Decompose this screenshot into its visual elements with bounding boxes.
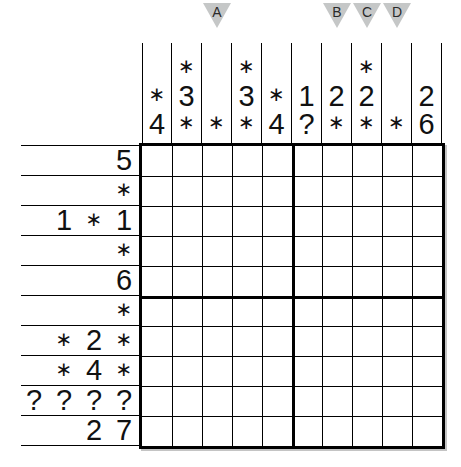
puzzle-grid — [139, 143, 445, 449]
grid-cell[interactable] — [352, 146, 382, 176]
grid-cell[interactable] — [262, 326, 292, 356]
grid-cell[interactable] — [322, 266, 352, 296]
grid-cell[interactable] — [382, 416, 412, 446]
column-clue-7: 2∗ — [322, 43, 352, 143]
clue-asterisk: ∗ — [172, 108, 202, 136]
grid-cell[interactable] — [352, 296, 382, 326]
clue-question: ? — [109, 386, 139, 415]
column-clue-3: ∗ — [202, 43, 232, 143]
clue-question: ? — [19, 386, 49, 415]
grid-cell[interactable] — [412, 356, 442, 386]
grid-cell[interactable] — [322, 296, 352, 326]
grid-cell[interactable] — [352, 206, 382, 236]
marker-D-triangle-icon: D — [383, 3, 411, 28]
grid-cell[interactable] — [232, 176, 262, 206]
clue-number: 6 — [412, 110, 442, 138]
grid-cell[interactable] — [232, 416, 262, 446]
grid-cell[interactable] — [172, 176, 202, 206]
row-clue-4: ∗ — [21, 236, 139, 266]
row-clue-7: ∗2∗ — [21, 326, 139, 356]
grid-cell[interactable] — [292, 386, 322, 416]
grid-cell[interactable] — [292, 236, 322, 266]
grid-cell[interactable] — [322, 206, 352, 236]
grid-cell[interactable] — [172, 386, 202, 416]
grid-cell[interactable] — [322, 356, 352, 386]
grid-cell[interactable] — [142, 236, 172, 266]
grid-cell[interactable] — [172, 146, 202, 176]
row-clue-2: ∗ — [21, 176, 139, 206]
grid-cell[interactable] — [142, 356, 172, 386]
grid-cell[interactable] — [292, 266, 322, 296]
clue-asterisk: ∗ — [262, 80, 292, 108]
grid-cell[interactable] — [202, 416, 232, 446]
grid-cell[interactable] — [382, 176, 412, 206]
clue-asterisk: ∗ — [109, 355, 139, 384]
grid-cell[interactable] — [142, 146, 172, 176]
clue-number: 3 — [232, 82, 262, 110]
grid-cell[interactable] — [142, 206, 172, 236]
row-clue-10: 27 — [21, 416, 139, 446]
clue-asterisk: ∗ — [109, 175, 139, 204]
grid-cell[interactable] — [292, 296, 322, 326]
clue-asterisk: ∗ — [352, 52, 382, 80]
clue-number: 2 — [79, 326, 109, 355]
clue-number: 1 — [292, 82, 322, 110]
grid-cell[interactable] — [262, 176, 292, 206]
clue-asterisk: ∗ — [49, 355, 79, 384]
grid-cell[interactable] — [262, 266, 292, 296]
grid-cell[interactable] — [232, 146, 262, 176]
grid-cell[interactable] — [262, 206, 292, 236]
grid-cell[interactable] — [292, 326, 322, 356]
grid-cell[interactable] — [172, 236, 202, 266]
grid-cell[interactable] — [202, 386, 232, 416]
grid-cell[interactable] — [262, 146, 292, 176]
row-clues: 5∗1∗1∗6∗∗2∗∗4∗????27 — [21, 145, 139, 446]
grid-cell[interactable] — [412, 416, 442, 446]
grid-cell[interactable] — [232, 326, 262, 356]
clue-number: 2 — [322, 82, 352, 110]
column-clue-9: ∗ — [382, 43, 412, 143]
grid-cell[interactable] — [202, 236, 232, 266]
grid-cell[interactable] — [412, 326, 442, 356]
grid-cell[interactable] — [352, 416, 382, 446]
grid-cell[interactable] — [292, 356, 322, 386]
row-clue-6: ∗ — [21, 296, 139, 326]
grid-cell[interactable] — [382, 146, 412, 176]
grid-cell[interactable] — [412, 176, 442, 206]
grid-cell[interactable] — [262, 296, 292, 326]
clue-number: 6 — [109, 266, 139, 295]
clue-asterisk: ∗ — [142, 80, 172, 108]
grid-cell[interactable] — [322, 416, 352, 446]
row-clue-1: 5 — [21, 146, 139, 176]
clue-question: ? — [49, 386, 79, 415]
clue-asterisk: ∗ — [352, 108, 382, 136]
grid-cell[interactable] — [172, 296, 202, 326]
grid-cell[interactable] — [142, 176, 172, 206]
grid-cell[interactable] — [382, 296, 412, 326]
grid-cell[interactable] — [262, 416, 292, 446]
grid-cell[interactable] — [202, 266, 232, 296]
grid-cell[interactable] — [262, 356, 292, 386]
clue-number: 2 — [352, 82, 382, 110]
grid-cell[interactable] — [352, 356, 382, 386]
grid-cell[interactable] — [412, 296, 442, 326]
clue-number: 4 — [262, 110, 292, 138]
grid-cell[interactable] — [232, 356, 262, 386]
column-clue-1: ∗4 — [142, 43, 172, 143]
grid-cell[interactable] — [322, 146, 352, 176]
clue-number: 2 — [412, 82, 442, 110]
grid-cell[interactable] — [322, 176, 352, 206]
clue-number: 4 — [79, 356, 109, 385]
grid-cell[interactable] — [232, 266, 262, 296]
column-clue-4: ∗3∗ — [232, 43, 262, 143]
grid-cell[interactable] — [412, 206, 442, 236]
grid-cell[interactable] — [352, 326, 382, 356]
grid-cell[interactable] — [352, 236, 382, 266]
column-clue-2: ∗3∗ — [172, 43, 202, 143]
grid-cell[interactable] — [202, 356, 232, 386]
grid-cell[interactable] — [412, 236, 442, 266]
grid-cell[interactable] — [412, 146, 442, 176]
row-clue-9: ???? — [21, 386, 139, 416]
grid-cell[interactable] — [382, 206, 412, 236]
grid-cell[interactable] — [292, 206, 322, 236]
grid-cell[interactable] — [232, 236, 262, 266]
grid-cell[interactable] — [142, 326, 172, 356]
grid-cell[interactable] — [322, 236, 352, 266]
grid-cell[interactable] — [382, 236, 412, 266]
grid-cell[interactable] — [292, 146, 322, 176]
clue-asterisk: ∗ — [49, 325, 79, 354]
grid-cell[interactable] — [412, 266, 442, 296]
column-clue-5: ∗4 — [262, 43, 292, 143]
grid-cell[interactable] — [322, 326, 352, 356]
row-clue-5: 6 — [21, 266, 139, 296]
clue-asterisk: ∗ — [109, 295, 139, 324]
clue-asterisk: ∗ — [382, 108, 412, 136]
grid-cell[interactable] — [142, 296, 172, 326]
grid-cell[interactable] — [202, 326, 232, 356]
clue-number: 1 — [109, 206, 139, 235]
clue-number: 1 — [49, 206, 79, 235]
clue-question: ? — [79, 386, 109, 415]
clue-asterisk: ∗ — [109, 325, 139, 354]
grid-cell[interactable] — [262, 236, 292, 266]
clue-asterisk: ∗ — [202, 108, 232, 136]
grid-cell[interactable] — [382, 326, 412, 356]
clue-asterisk: ∗ — [322, 108, 352, 136]
grid-cell[interactable] — [172, 416, 202, 446]
grid-cell[interactable] — [202, 296, 232, 326]
grid-cell[interactable] — [172, 356, 202, 386]
clue-number: 7 — [109, 416, 139, 445]
grid-cell[interactable] — [172, 326, 202, 356]
grid-cell[interactable] — [202, 206, 232, 236]
grid-cell[interactable] — [292, 176, 322, 206]
grid-cell[interactable] — [292, 416, 322, 446]
grid-cell[interactable] — [262, 386, 292, 416]
grid-cell[interactable] — [412, 386, 442, 416]
marker-A-triangle-icon: A — [203, 3, 231, 28]
column-clue-6: 1? — [292, 43, 322, 143]
puzzle-page: ABCD ∗4∗3∗∗∗3∗∗41?2∗∗2∗∗26 5∗1∗1∗6∗∗2∗∗4… — [0, 0, 461, 467]
row-clue-3: 1∗1 — [21, 206, 139, 236]
grid-cell[interactable] — [232, 296, 262, 326]
clue-number: 4 — [142, 110, 172, 138]
grid-cell[interactable] — [352, 386, 382, 416]
grid-cell[interactable] — [322, 386, 352, 416]
grid-cell[interactable] — [172, 266, 202, 296]
clue-number: 5 — [109, 146, 139, 175]
column-clues: ∗4∗3∗∗∗3∗∗41?2∗∗2∗∗26 — [142, 43, 442, 143]
clue-question: ? — [292, 110, 322, 138]
column-clue-10: 26 — [412, 43, 442, 143]
clue-number: 2 — [79, 416, 109, 445]
grid-cell[interactable] — [142, 416, 172, 446]
grid-cell[interactable] — [232, 386, 262, 416]
grid-cell[interactable] — [382, 266, 412, 296]
grid-cell[interactable] — [202, 176, 232, 206]
marker-B-triangle-icon: B — [323, 3, 351, 28]
row-clue-8: ∗4∗ — [21, 356, 139, 386]
grid-cell[interactable] — [382, 356, 412, 386]
grid-cell[interactable] — [202, 146, 232, 176]
clue-asterisk: ∗ — [172, 52, 202, 80]
grid-cell[interactable] — [382, 386, 412, 416]
clue-asterisk: ∗ — [232, 52, 262, 80]
grid-cell[interactable] — [352, 266, 382, 296]
grid-cell[interactable] — [142, 386, 172, 416]
grid-cell[interactable] — [352, 176, 382, 206]
grid-cell[interactable] — [172, 206, 202, 236]
marker-C-triangle-icon: C — [353, 3, 381, 28]
clue-asterisk: ∗ — [109, 235, 139, 264]
grid-cell[interactable] — [142, 266, 172, 296]
clue-asterisk: ∗ — [79, 205, 109, 234]
column-clue-8: ∗2∗ — [352, 43, 382, 143]
clue-asterisk: ∗ — [232, 108, 262, 136]
clue-number: 3 — [172, 82, 202, 110]
grid-cell[interactable] — [232, 206, 262, 236]
